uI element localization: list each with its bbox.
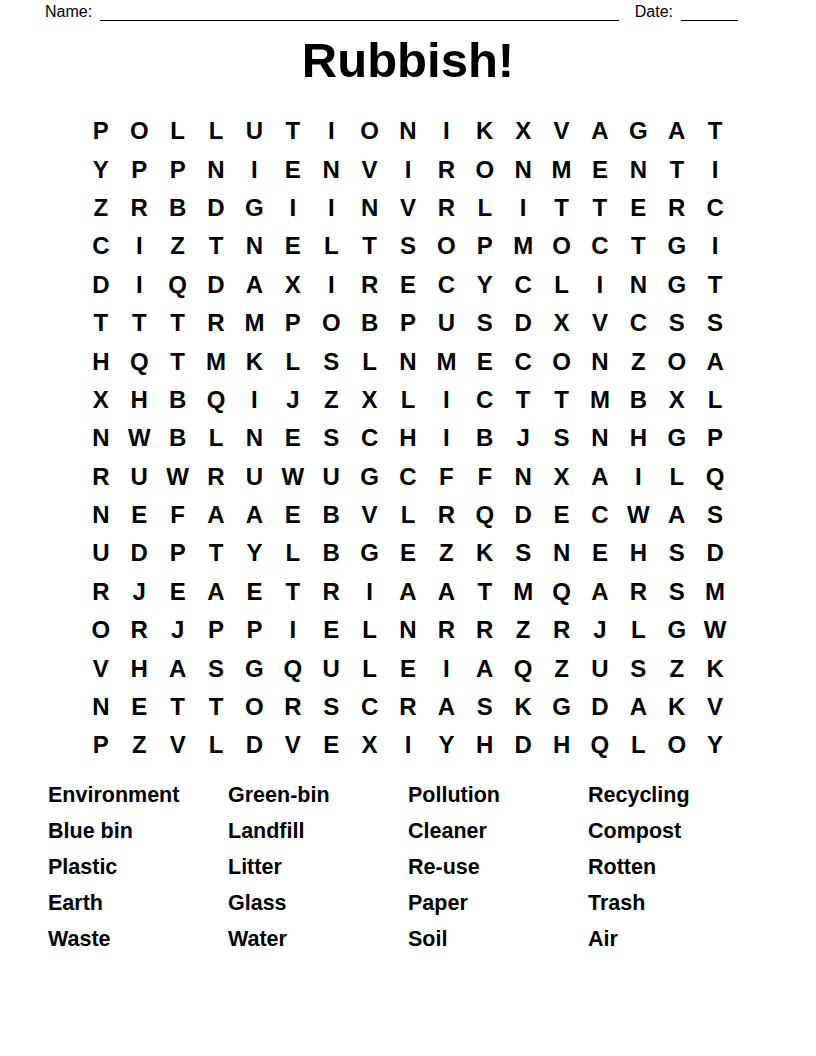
grid-cell[interactable]: J: [504, 419, 542, 457]
grid-cell[interactable]: W: [274, 458, 312, 496]
grid-cell[interactable]: O: [658, 342, 696, 380]
grid-cell[interactable]: Y: [82, 150, 120, 188]
grid-cell[interactable]: P: [197, 611, 235, 649]
grid-cell[interactable]: Z: [158, 227, 196, 265]
grid-cell[interactable]: V: [274, 726, 312, 764]
grid-cell[interactable]: P: [466, 227, 504, 265]
grid-cell[interactable]: X: [350, 726, 388, 764]
grid-cell[interactable]: T: [581, 189, 619, 227]
grid-cell[interactable]: N: [504, 150, 542, 188]
grid-cell[interactable]: I: [427, 649, 465, 687]
grid-cell[interactable]: L: [389, 381, 427, 419]
grid-cell[interactable]: I: [120, 227, 158, 265]
grid-cell[interactable]: D: [197, 189, 235, 227]
grid-cell[interactable]: O: [235, 688, 273, 726]
grid-cell[interactable]: Y: [466, 266, 504, 304]
grid-cell[interactable]: H: [120, 649, 158, 687]
grid-cell[interactable]: W: [158, 458, 196, 496]
grid-cell[interactable]: A: [658, 112, 696, 150]
grid-cell[interactable]: D: [581, 688, 619, 726]
grid-cell[interactable]: T: [82, 304, 120, 342]
grid-cell[interactable]: M: [504, 227, 542, 265]
grid-cell[interactable]: O: [120, 112, 158, 150]
grid-cell[interactable]: H: [389, 419, 427, 457]
grid-cell[interactable]: R: [197, 304, 235, 342]
grid-cell[interactable]: N: [235, 227, 273, 265]
grid-cell[interactable]: T: [274, 573, 312, 611]
grid-cell[interactable]: R: [542, 611, 580, 649]
word-list-item: Litter: [228, 850, 408, 886]
grid-cell[interactable]: I: [274, 611, 312, 649]
grid-cell[interactable]: Q: [158, 266, 196, 304]
grid-cell[interactable]: R: [312, 573, 350, 611]
grid-cell[interactable]: T: [619, 227, 657, 265]
grid-cell[interactable]: L: [619, 611, 657, 649]
grid-cell[interactable]: E: [120, 496, 158, 534]
grid-cell[interactable]: I: [427, 381, 465, 419]
grid-cell[interactable]: T: [350, 227, 388, 265]
grid-cell[interactable]: G: [658, 266, 696, 304]
grid-cell[interactable]: D: [504, 304, 542, 342]
grid-cell[interactable]: C: [82, 227, 120, 265]
grid-cell[interactable]: C: [350, 688, 388, 726]
grid-cell[interactable]: V: [581, 304, 619, 342]
grid-cell[interactable]: A: [158, 649, 196, 687]
grid-cell[interactable]: U: [120, 458, 158, 496]
grid-cell[interactable]: P: [158, 534, 196, 572]
grid-cell[interactable]: X: [350, 381, 388, 419]
grid-cell[interactable]: C: [504, 342, 542, 380]
grid-cell[interactable]: B: [466, 419, 504, 457]
grid-cell[interactable]: W: [619, 496, 657, 534]
grid-cell[interactable]: E: [274, 496, 312, 534]
grid-cell[interactable]: G: [542, 688, 580, 726]
grid-cell[interactable]: R: [389, 688, 427, 726]
word-list-item: Glass: [228, 885, 408, 921]
date-input-line[interactable]: [681, 4, 738, 21]
grid-cell[interactable]: J: [120, 573, 158, 611]
grid-cell[interactable]: Q: [542, 573, 580, 611]
grid-cell[interactable]: S: [658, 304, 696, 342]
grid-cell[interactable]: J: [581, 611, 619, 649]
grid-cell[interactable]: I: [504, 189, 542, 227]
grid-cell[interactable]: S: [542, 419, 580, 457]
grid-cell[interactable]: T: [542, 189, 580, 227]
grid-cell[interactable]: J: [158, 611, 196, 649]
grid-cell[interactable]: S: [312, 688, 350, 726]
grid-cell[interactable]: L: [466, 189, 504, 227]
grid-cell[interactable]: N: [389, 112, 427, 150]
grid-cell[interactable]: Z: [504, 611, 542, 649]
grid-cell[interactable]: R: [427, 189, 465, 227]
grid-cell[interactable]: Z: [619, 342, 657, 380]
grid-cell[interactable]: C: [581, 227, 619, 265]
grid-cell[interactable]: P: [389, 304, 427, 342]
grid-cell[interactable]: T: [542, 381, 580, 419]
grid-cell[interactable]: Z: [312, 381, 350, 419]
grid-cell[interactable]: N: [389, 611, 427, 649]
grid-cell[interactable]: O: [350, 112, 388, 150]
grid-cell[interactable]: P: [120, 150, 158, 188]
grid-cell[interactable]: Z: [82, 189, 120, 227]
grid-cell[interactable]: F: [466, 458, 504, 496]
grid-cell[interactable]: V: [389, 189, 427, 227]
grid-cell[interactable]: T: [197, 227, 235, 265]
grid-cell[interactable]: O: [658, 726, 696, 764]
grid-cell[interactable]: A: [581, 112, 619, 150]
grid-cell[interactable]: R: [120, 611, 158, 649]
grid-cell[interactable]: N: [312, 150, 350, 188]
grid-cell[interactable]: X: [274, 266, 312, 304]
grid-cell[interactable]: V: [82, 649, 120, 687]
grid-cell[interactable]: D: [504, 496, 542, 534]
grid-cell[interactable]: K: [235, 342, 273, 380]
grid-cell[interactable]: S: [466, 304, 504, 342]
grid-cell[interactable]: L: [350, 649, 388, 687]
word-list-item: Trash: [588, 885, 768, 921]
grid-cell[interactable]: P: [82, 726, 120, 764]
grid-cell[interactable]: L: [350, 342, 388, 380]
grid-cell[interactable]: O: [542, 227, 580, 265]
grid-cell[interactable]: Y: [696, 726, 734, 764]
grid-cell[interactable]: E: [274, 419, 312, 457]
grid-cell[interactable]: K: [504, 688, 542, 726]
grid-cell[interactable]: A: [197, 496, 235, 534]
grid-cell[interactable]: T: [658, 150, 696, 188]
grid-cell[interactable]: I: [389, 150, 427, 188]
grid-cell[interactable]: L: [658, 458, 696, 496]
grid-cell[interactable]: V: [350, 150, 388, 188]
grid-cell[interactable]: M: [197, 342, 235, 380]
grid-cell[interactable]: L: [312, 227, 350, 265]
grid-cell[interactable]: U: [312, 649, 350, 687]
grid-cell[interactable]: L: [696, 381, 734, 419]
grid-cell[interactable]: I: [619, 458, 657, 496]
grid-cell[interactable]: D: [696, 534, 734, 572]
grid-cell[interactable]: H: [120, 381, 158, 419]
grid-cell[interactable]: I: [120, 266, 158, 304]
grid-cell[interactable]: T: [158, 342, 196, 380]
grid-cell[interactable]: E: [581, 150, 619, 188]
grid-cell[interactable]: M: [696, 573, 734, 611]
grid-cell[interactable]: S: [312, 419, 350, 457]
grid-cell[interactable]: I: [696, 150, 734, 188]
grid-cell[interactable]: O: [312, 304, 350, 342]
grid-cell[interactable]: R: [427, 150, 465, 188]
grid-cell[interactable]: L: [274, 342, 312, 380]
grid-cell[interactable]: G: [658, 419, 696, 457]
grid-cell[interactable]: X: [504, 112, 542, 150]
grid-cell[interactable]: T: [120, 304, 158, 342]
grid-cell[interactable]: I: [350, 573, 388, 611]
grid-cell[interactable]: C: [389, 458, 427, 496]
grid-cell[interactable]: H: [542, 726, 580, 764]
grid-cell[interactable]: B: [158, 419, 196, 457]
grid-cell[interactable]: W: [696, 611, 734, 649]
grid-cell[interactable]: T: [197, 688, 235, 726]
grid-cell[interactable]: N: [581, 342, 619, 380]
grid-cell[interactable]: W: [120, 419, 158, 457]
grid-cell[interactable]: N: [619, 266, 657, 304]
grid-cell[interactable]: I: [427, 419, 465, 457]
grid-cell[interactable]: S: [658, 573, 696, 611]
grid-cell[interactable]: A: [696, 342, 734, 380]
grid-cell[interactable]: E: [235, 573, 273, 611]
grid-cell[interactable]: D: [120, 534, 158, 572]
grid-cell[interactable]: C: [350, 419, 388, 457]
grid-cell[interactable]: T: [197, 534, 235, 572]
grid-cell[interactable]: A: [389, 573, 427, 611]
grid-cell[interactable]: T: [274, 112, 312, 150]
grid-cell[interactable]: L: [542, 266, 580, 304]
grid-cell[interactable]: A: [581, 458, 619, 496]
grid-cell[interactable]: Z: [542, 649, 580, 687]
grid-cell[interactable]: N: [389, 342, 427, 380]
grid-cell[interactable]: Z: [658, 649, 696, 687]
grid-cell[interactable]: K: [466, 534, 504, 572]
grid-cell[interactable]: E: [389, 534, 427, 572]
grid-cell[interactable]: L: [274, 534, 312, 572]
grid-cell[interactable]: L: [389, 496, 427, 534]
grid-cell[interactable]: S: [658, 534, 696, 572]
grid-cell[interactable]: E: [619, 189, 657, 227]
grid-cell[interactable]: S: [312, 342, 350, 380]
grid-cell[interactable]: U: [235, 458, 273, 496]
grid-cell[interactable]: T: [466, 573, 504, 611]
grid-cell[interactable]: B: [619, 381, 657, 419]
grid-cell[interactable]: H: [619, 419, 657, 457]
grid-cell[interactable]: S: [619, 649, 657, 687]
grid-cell[interactable]: Q: [120, 342, 158, 380]
grid-cell[interactable]: U: [235, 112, 273, 150]
grid-cell[interactable]: T: [158, 688, 196, 726]
grid-cell[interactable]: I: [235, 150, 273, 188]
grid-cell[interactable]: N: [82, 688, 120, 726]
grid-cell[interactable]: D: [504, 726, 542, 764]
grid-cell[interactable]: E: [389, 266, 427, 304]
grid-cell[interactable]: B: [312, 534, 350, 572]
grid-cell[interactable]: V: [696, 688, 734, 726]
grid-cell[interactable]: B: [158, 381, 196, 419]
grid-cell[interactable]: R: [619, 573, 657, 611]
grid-cell[interactable]: G: [350, 458, 388, 496]
word-list-item: Landfill: [228, 814, 408, 850]
grid-cell[interactable]: S: [696, 496, 734, 534]
grid-cell[interactable]: R: [82, 573, 120, 611]
grid-cell[interactable]: U: [312, 458, 350, 496]
grid-cell[interactable]: A: [619, 688, 657, 726]
grid-cell[interactable]: R: [120, 189, 158, 227]
grid-cell[interactable]: O: [82, 611, 120, 649]
grid-cell[interactable]: N: [619, 150, 657, 188]
grid-cell[interactable]: M: [581, 381, 619, 419]
word-list-column: EnvironmentBlue binPlasticEarthWaste: [48, 778, 228, 957]
grid-cell[interactable]: C: [427, 266, 465, 304]
grid-cell[interactable]: R: [197, 458, 235, 496]
grid-cell[interactable]: M: [235, 304, 273, 342]
grid-cell[interactable]: E: [312, 611, 350, 649]
grid-cell[interactable]: Q: [274, 649, 312, 687]
grid-cell[interactable]: L: [197, 726, 235, 764]
grid-cell[interactable]: A: [427, 688, 465, 726]
grid-cell[interactable]: I: [312, 266, 350, 304]
grid-cell[interactable]: R: [658, 189, 696, 227]
grid-cell[interactable]: E: [158, 573, 196, 611]
grid-cell[interactable]: F: [427, 458, 465, 496]
grid-cell[interactable]: N: [235, 419, 273, 457]
grid-cell[interactable]: I: [312, 112, 350, 150]
grid-cell[interactable]: P: [274, 304, 312, 342]
grid-cell[interactable]: L: [350, 611, 388, 649]
grid-cell[interactable]: D: [82, 266, 120, 304]
grid-cell[interactable]: A: [235, 266, 273, 304]
grid-cell[interactable]: R: [427, 496, 465, 534]
grid-cell[interactable]: N: [197, 150, 235, 188]
grid-cell[interactable]: J: [274, 381, 312, 419]
grid-cell[interactable]: A: [581, 573, 619, 611]
grid-cell[interactable]: E: [120, 688, 158, 726]
grid-cell[interactable]: A: [427, 573, 465, 611]
grid-cell[interactable]: I: [235, 381, 273, 419]
grid-cell[interactable]: S: [696, 304, 734, 342]
grid-cell[interactable]: P: [82, 112, 120, 150]
grid-cell[interactable]: O: [427, 227, 465, 265]
grid-cell[interactable]: Q: [466, 496, 504, 534]
grid-cell[interactable]: V: [158, 726, 196, 764]
grid-cell[interactable]: Z: [120, 726, 158, 764]
grid-cell[interactable]: T: [158, 304, 196, 342]
grid-cell[interactable]: U: [581, 649, 619, 687]
grid-cell[interactable]: S: [504, 534, 542, 572]
name-input-line[interactable]: [100, 4, 619, 21]
grid-cell[interactable]: T: [696, 266, 734, 304]
grid-cell[interactable]: R: [427, 611, 465, 649]
grid-cell[interactable]: N: [504, 458, 542, 496]
grid-cell[interactable]: U: [427, 304, 465, 342]
grid-cell[interactable]: Q: [581, 726, 619, 764]
grid-cell[interactable]: E: [274, 227, 312, 265]
grid-cell[interactable]: H: [466, 726, 504, 764]
grid-cell[interactable]: H: [619, 534, 657, 572]
grid-cell[interactable]: B: [312, 496, 350, 534]
grid-cell[interactable]: B: [350, 304, 388, 342]
grid-cell[interactable]: S: [466, 688, 504, 726]
grid-cell[interactable]: Q: [696, 458, 734, 496]
grid-cell[interactable]: E: [542, 496, 580, 534]
grid-cell[interactable]: X: [82, 381, 120, 419]
grid-cell[interactable]: N: [82, 496, 120, 534]
grid-cell[interactable]: L: [197, 419, 235, 457]
word-list-item: Pollution: [408, 778, 588, 814]
grid-cell[interactable]: C: [696, 189, 734, 227]
grid-cell[interactable]: Q: [197, 381, 235, 419]
grid-cell[interactable]: H: [82, 342, 120, 380]
grid-cell[interactable]: N: [82, 419, 120, 457]
grid-cell[interactable]: I: [312, 189, 350, 227]
grid-cell[interactable]: O: [466, 150, 504, 188]
grid-cell[interactable]: C: [619, 304, 657, 342]
grid-cell[interactable]: L: [619, 726, 657, 764]
grid-cell[interactable]: G: [350, 534, 388, 572]
grid-cell[interactable]: X: [542, 304, 580, 342]
grid-cell[interactable]: I: [427, 112, 465, 150]
grid-cell[interactable]: G: [658, 227, 696, 265]
grid-cell[interactable]: R: [350, 266, 388, 304]
grid-cell[interactable]: V: [350, 496, 388, 534]
grid-cell[interactable]: R: [466, 611, 504, 649]
grid-cell[interactable]: A: [197, 573, 235, 611]
grid-cell[interactable]: S: [197, 649, 235, 687]
grid-cell[interactable]: X: [542, 458, 580, 496]
grid-cell[interactable]: C: [466, 381, 504, 419]
grid-cell[interactable]: P: [235, 611, 273, 649]
grid-cell[interactable]: R: [274, 688, 312, 726]
grid-cell[interactable]: I: [389, 726, 427, 764]
grid-cell[interactable]: M: [427, 342, 465, 380]
header: Name: Date:: [45, 2, 738, 22]
grid-cell[interactable]: G: [658, 611, 696, 649]
grid-cell[interactable]: A: [466, 649, 504, 687]
grid-cell[interactable]: I: [581, 266, 619, 304]
grid-cell[interactable]: G: [235, 189, 273, 227]
grid-cell[interactable]: L: [158, 112, 196, 150]
grid-cell[interactable]: I: [274, 189, 312, 227]
grid-cell[interactable]: A: [658, 496, 696, 534]
grid-cell[interactable]: N: [581, 419, 619, 457]
grid-cell[interactable]: K: [466, 112, 504, 150]
grid-cell[interactable]: X: [658, 381, 696, 419]
grid-cell[interactable]: E: [389, 649, 427, 687]
grid-cell[interactable]: D: [235, 726, 273, 764]
grid-cell[interactable]: Y: [235, 534, 273, 572]
grid-cell[interactable]: I: [696, 227, 734, 265]
grid-cell[interactable]: Q: [504, 649, 542, 687]
grid-cell[interactable]: M: [504, 573, 542, 611]
grid-cell[interactable]: C: [504, 266, 542, 304]
word-list-item: Water: [228, 921, 408, 957]
grid-cell[interactable]: E: [466, 342, 504, 380]
grid-cell[interactable]: M: [542, 150, 580, 188]
grid-cell[interactable]: Z: [427, 534, 465, 572]
grid-cell[interactable]: O: [542, 342, 580, 380]
grid-cell[interactable]: K: [696, 649, 734, 687]
grid-cell[interactable]: Y: [427, 726, 465, 764]
grid-cell[interactable]: V: [542, 112, 580, 150]
grid-cell[interactable]: E: [312, 726, 350, 764]
grid-cell[interactable]: S: [389, 227, 427, 265]
grid-cell[interactable]: L: [197, 112, 235, 150]
grid-cell[interactable]: R: [82, 458, 120, 496]
grid-cell[interactable]: N: [542, 534, 580, 572]
grid-cell[interactable]: U: [82, 534, 120, 572]
grid-cell[interactable]: G: [235, 649, 273, 687]
grid-cell[interactable]: G: [619, 112, 657, 150]
word-list-item: Compost: [588, 814, 768, 850]
grid-cell[interactable]: T: [696, 112, 734, 150]
grid-cell[interactable]: P: [696, 419, 734, 457]
grid-cell[interactable]: N: [350, 189, 388, 227]
grid-cell[interactable]: D: [197, 266, 235, 304]
grid-cell[interactable]: B: [158, 189, 196, 227]
grid-cell[interactable]: T: [504, 381, 542, 419]
grid-cell[interactable]: C: [581, 496, 619, 534]
grid-cell[interactable]: E: [581, 534, 619, 572]
grid-cell[interactable]: E: [274, 150, 312, 188]
grid-cell[interactable]: K: [658, 688, 696, 726]
grid-cell[interactable]: P: [158, 150, 196, 188]
grid-cell[interactable]: F: [158, 496, 196, 534]
grid-cell[interactable]: A: [235, 496, 273, 534]
